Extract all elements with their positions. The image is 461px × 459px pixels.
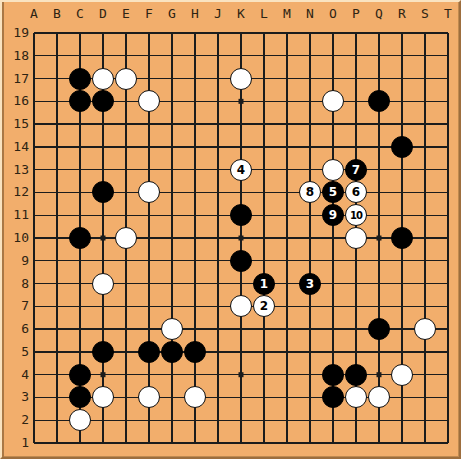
stone-white-D17 [92,68,114,90]
star-point-D10 [101,236,106,241]
stone-white-O13 [322,159,344,181]
stone-black-H5 [184,341,206,363]
stone-white-E17 [115,68,137,90]
stone-white-E10 [115,227,137,249]
stone-black-Q6 [368,318,390,340]
stone-black-P13: 7 [345,159,367,181]
stone-black-D5 [92,341,114,363]
stone-black-O4 [322,364,344,386]
stone-white-K17 [230,68,252,90]
star-point-D4 [101,372,106,377]
go-board: ABCDEFGHJKLMNOPQRST 19181716151413121110… [0,0,461,459]
stone-black-N8: 3 [299,273,321,295]
stone-black-R10 [391,227,413,249]
stone-black-L8: 1 [253,273,275,295]
stone-white-G6 [161,318,183,340]
star-point-K10 [239,236,244,241]
stone-black-C17 [69,68,91,90]
star-point-K16 [239,99,244,104]
star-point-K4 [239,372,244,377]
stone-black-C4 [69,364,91,386]
stone-white-P10 [345,227,367,249]
stone-white-D8 [92,273,114,295]
stone-black-C10 [69,227,91,249]
star-point-Q4 [377,372,382,377]
stone-black-F5 [138,341,160,363]
stone-black-P4 [345,364,367,386]
star-point-Q10 [377,236,382,241]
stone-black-R14 [391,136,413,158]
stone-white-S6 [414,318,436,340]
stone-white-R4 [391,364,413,386]
stone-black-G5 [161,341,183,363]
stone-white-K13: 4 [230,159,252,181]
stone-black-K9 [230,250,252,272]
